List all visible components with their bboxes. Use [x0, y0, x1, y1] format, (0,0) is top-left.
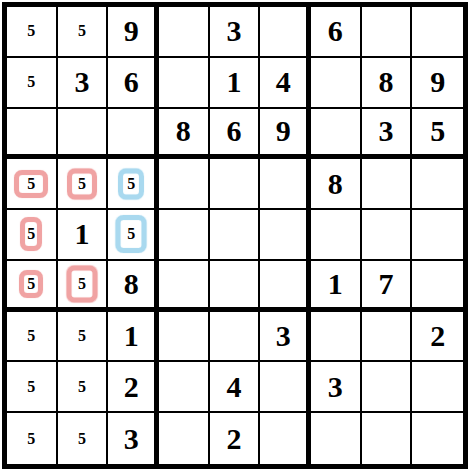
given-digit: 6	[226, 116, 241, 146]
cell-r5c9[interactable]	[412, 210, 463, 261]
cell-r2c9[interactable]: 9	[412, 58, 463, 109]
cell-r5c5[interactable]	[210, 210, 261, 261]
cell-r4c3[interactable]: 5	[108, 159, 159, 210]
cell-r4c4[interactable]	[159, 159, 210, 210]
pencil-mark: 5	[78, 379, 86, 395]
pencil-mark: 5	[27, 176, 35, 192]
cell-r5c2[interactable]: 1	[58, 210, 109, 261]
pencil-mark: 5	[78, 176, 86, 192]
cell-r6c2[interactable]: 5	[58, 261, 109, 312]
cell-r7c7[interactable]	[311, 312, 362, 363]
cell-r7c3[interactable]: 1	[108, 312, 159, 363]
cell-r4c7[interactable]: 8	[311, 159, 362, 210]
given-digit: 6	[328, 16, 343, 46]
pencil-mark: 5	[27, 276, 35, 292]
cell-r3c2[interactable]	[58, 109, 109, 160]
cell-r6c4[interactable]	[159, 261, 210, 312]
cell-r3c9[interactable]: 5	[412, 109, 463, 160]
sudoku-board: 5593653614898693555585155581755132552435…	[2, 2, 468, 469]
cell-r1c9[interactable]	[412, 7, 463, 58]
cell-r5c8[interactable]	[362, 210, 413, 261]
pencil-mark: 5	[27, 328, 35, 344]
given-digit: 6	[124, 67, 139, 97]
given-digit: 5	[430, 116, 445, 146]
pencil-mark: 5	[27, 226, 35, 242]
cell-r7c5[interactable]	[210, 312, 261, 363]
cell-r1c2[interactable]: 5	[58, 7, 109, 58]
given-digit: 3	[378, 116, 393, 146]
cell-r9c8[interactable]	[362, 413, 413, 464]
cell-r8c8[interactable]	[362, 362, 413, 413]
cell-r4c6[interactable]	[260, 159, 311, 210]
cell-r2c1[interactable]: 5	[7, 58, 58, 109]
given-digit: 3	[276, 321, 291, 351]
cell-r1c5[interactable]: 3	[210, 7, 261, 58]
cell-r8c1[interactable]: 5	[7, 362, 58, 413]
cell-r8c3[interactable]: 2	[108, 362, 159, 413]
pencil-mark: 5	[27, 23, 35, 39]
given-digit: 1	[74, 219, 89, 249]
cell-r3c1[interactable]	[7, 109, 58, 160]
given-digit: 8	[176, 116, 191, 146]
cell-r9c5[interactable]: 2	[210, 413, 261, 464]
cell-r6c5[interactable]	[210, 261, 261, 312]
cell-r3c8[interactable]: 3	[362, 109, 413, 160]
pencil-mark: 5	[78, 328, 86, 344]
cell-r9c7[interactable]	[311, 413, 362, 464]
given-digit: 9	[276, 116, 291, 146]
cell-r5c4[interactable]	[159, 210, 210, 261]
given-digit: 1	[328, 269, 343, 299]
cell-r8c7[interactable]: 3	[311, 362, 362, 413]
cell-r8c2[interactable]: 5	[58, 362, 109, 413]
cell-r1c7[interactable]: 6	[311, 7, 362, 58]
cell-r3c7[interactable]	[311, 109, 362, 160]
cell-r3c3[interactable]	[108, 109, 159, 160]
cell-r7c8[interactable]	[362, 312, 413, 363]
given-digit: 8	[124, 269, 139, 299]
cell-r4c9[interactable]	[412, 159, 463, 210]
cell-r5c6[interactable]	[260, 210, 311, 261]
given-digit: 2	[124, 372, 139, 402]
cell-r8c5[interactable]: 4	[210, 362, 261, 413]
cell-r8c4[interactable]	[159, 362, 210, 413]
cell-r7c9[interactable]: 2	[412, 312, 463, 363]
cell-r4c1[interactable]: 5	[7, 159, 58, 210]
cell-r7c1[interactable]: 5	[7, 312, 58, 363]
given-digit: 7	[378, 269, 393, 299]
given-digit: 9	[430, 67, 445, 97]
given-digit: 3	[226, 16, 241, 46]
cell-r7c2[interactable]: 5	[58, 312, 109, 363]
pencil-mark: 5	[27, 431, 35, 447]
cell-r9c3[interactable]: 3	[108, 413, 159, 464]
given-digit: 2	[430, 321, 445, 351]
cell-r2c8[interactable]: 8	[362, 58, 413, 109]
pencil-mark: 5	[27, 74, 35, 90]
cell-r9c4[interactable]	[159, 413, 210, 464]
cell-r6c1[interactable]: 5	[7, 261, 58, 312]
pencil-mark: 5	[127, 226, 135, 242]
cell-r6c7[interactable]: 1	[311, 261, 362, 312]
cell-r2c2[interactable]: 3	[58, 58, 109, 109]
pencil-mark: 5	[27, 379, 35, 395]
cell-r4c5[interactable]	[210, 159, 261, 210]
cell-r2c7[interactable]	[311, 58, 362, 109]
cell-r3c6[interactable]: 9	[260, 109, 311, 160]
cell-r7c4[interactable]	[159, 312, 210, 363]
given-digit: 1	[124, 321, 139, 351]
cell-r5c7[interactable]	[311, 210, 362, 261]
cell-r2c3[interactable]: 6	[108, 58, 159, 109]
given-digit: 4	[226, 372, 241, 402]
given-digit: 2	[226, 424, 241, 454]
cell-r5c3[interactable]: 5	[108, 210, 159, 261]
cell-r1c3[interactable]: 9	[108, 7, 159, 58]
cell-r9c1[interactable]: 5	[7, 413, 58, 464]
cell-r6c8[interactable]: 7	[362, 261, 413, 312]
cell-r1c4[interactable]	[159, 7, 210, 58]
given-digit: 8	[328, 169, 343, 199]
cell-r1c1[interactable]: 5	[7, 7, 58, 58]
cell-r6c9[interactable]	[412, 261, 463, 312]
cell-r7c6[interactable]: 3	[260, 312, 311, 363]
cell-r5c1[interactable]: 5	[7, 210, 58, 261]
given-digit: 1	[226, 67, 241, 97]
cell-r8c9[interactable]	[412, 362, 463, 413]
pencil-mark: 5	[78, 431, 86, 447]
cell-r9c9[interactable]	[412, 413, 463, 464]
cell-r6c3[interactable]: 8	[108, 261, 159, 312]
cell-r1c8[interactable]	[362, 7, 413, 58]
pencil-mark: 5	[78, 276, 86, 292]
cell-r2c5[interactable]: 1	[210, 58, 261, 109]
cell-r6c6[interactable]	[260, 261, 311, 312]
given-digit: 3	[328, 372, 343, 402]
cell-r4c8[interactable]	[362, 159, 413, 210]
given-digit: 4	[276, 67, 291, 97]
cell-r9c6[interactable]	[260, 413, 311, 464]
cell-r1c6[interactable]	[260, 7, 311, 58]
given-digit: 9	[124, 16, 139, 46]
given-digit: 3	[74, 67, 89, 97]
pencil-mark: 5	[78, 23, 86, 39]
cell-r8c6[interactable]	[260, 362, 311, 413]
cell-r4c2[interactable]: 5	[58, 159, 109, 210]
cell-r2c4[interactable]	[159, 58, 210, 109]
cell-r2c6[interactable]: 4	[260, 58, 311, 109]
cell-r3c5[interactable]: 6	[210, 109, 261, 160]
given-digit: 8	[378, 67, 393, 97]
given-digit: 3	[124, 424, 139, 454]
cell-r3c4[interactable]: 8	[159, 109, 210, 160]
cell-r9c2[interactable]: 5	[58, 413, 109, 464]
pencil-mark: 5	[127, 176, 135, 192]
